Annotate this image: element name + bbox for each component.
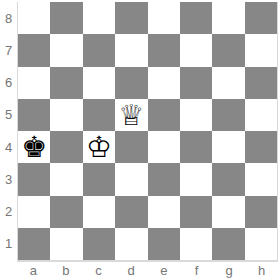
square-d5[interactable]: ♕	[115, 99, 147, 131]
file-label-g: g	[213, 260, 246, 280]
square-g7[interactable]	[212, 34, 244, 66]
square-g4[interactable]	[212, 131, 244, 163]
black-king[interactable]: ♚	[21, 131, 47, 163]
square-b8[interactable]	[50, 2, 82, 34]
square-d1[interactable]	[115, 228, 147, 260]
square-e3[interactable]	[148, 163, 180, 195]
square-f8[interactable]	[180, 2, 212, 34]
square-a3[interactable]	[18, 163, 50, 195]
square-d8[interactable]	[115, 2, 147, 34]
square-c1[interactable]	[83, 228, 115, 260]
file-label-e: e	[148, 260, 181, 280]
square-d2[interactable]	[115, 196, 147, 228]
square-g3[interactable]	[212, 163, 244, 195]
chess-board: ♕♚♔	[17, 2, 278, 262]
square-b3[interactable]	[50, 163, 82, 195]
file-label-h: h	[245, 260, 278, 280]
square-h2[interactable]	[245, 196, 277, 228]
rank-label-2: 2	[0, 196, 17, 228]
square-e7[interactable]	[148, 34, 180, 66]
square-f7[interactable]	[180, 34, 212, 66]
rank-labels: 87654321	[0, 2, 17, 260]
square-a5[interactable]	[18, 99, 50, 131]
square-c4[interactable]: ♔	[83, 131, 115, 163]
file-label-c: c	[82, 260, 115, 280]
rank-label-7: 7	[0, 34, 17, 66]
square-d3[interactable]	[115, 163, 147, 195]
square-d4[interactable]	[115, 131, 147, 163]
square-b4[interactable]	[50, 131, 82, 163]
square-a6[interactable]	[18, 67, 50, 99]
file-labels: abcdefgh	[17, 260, 278, 280]
square-g1[interactable]	[212, 228, 244, 260]
square-a4[interactable]: ♚	[18, 131, 50, 163]
square-d6[interactable]	[115, 67, 147, 99]
square-f1[interactable]	[180, 228, 212, 260]
square-c5[interactable]	[83, 99, 115, 131]
square-f2[interactable]	[180, 196, 212, 228]
square-b1[interactable]	[50, 228, 82, 260]
rank-label-3: 3	[0, 163, 17, 195]
rank-label-8: 8	[0, 2, 17, 34]
square-e2[interactable]	[148, 196, 180, 228]
chess-diagram: 87654321 ♕♚♔ abcdefgh	[0, 0, 280, 280]
square-e1[interactable]	[148, 228, 180, 260]
rank-label-5: 5	[0, 99, 17, 131]
square-f5[interactable]	[180, 99, 212, 131]
square-h1[interactable]	[245, 228, 277, 260]
square-e4[interactable]	[148, 131, 180, 163]
square-b7[interactable]	[50, 34, 82, 66]
square-g6[interactable]	[212, 67, 244, 99]
square-a2[interactable]	[18, 196, 50, 228]
square-e6[interactable]	[148, 67, 180, 99]
square-c6[interactable]	[83, 67, 115, 99]
square-h7[interactable]	[245, 34, 277, 66]
square-g5[interactable]	[212, 99, 244, 131]
square-f3[interactable]	[180, 163, 212, 195]
square-g2[interactable]	[212, 196, 244, 228]
white-king[interactable]: ♔	[86, 131, 112, 163]
rank-label-4: 4	[0, 131, 17, 163]
square-b5[interactable]	[50, 99, 82, 131]
square-h4[interactable]	[245, 131, 277, 163]
square-f6[interactable]	[180, 67, 212, 99]
file-label-a: a	[17, 260, 50, 280]
square-g8[interactable]	[212, 2, 244, 34]
square-f4[interactable]	[180, 131, 212, 163]
square-a7[interactable]	[18, 34, 50, 66]
square-c3[interactable]	[83, 163, 115, 195]
square-b2[interactable]	[50, 196, 82, 228]
file-label-b: b	[50, 260, 83, 280]
square-e5[interactable]	[148, 99, 180, 131]
rank-label-1: 1	[0, 228, 17, 260]
square-c2[interactable]	[83, 196, 115, 228]
square-a1[interactable]	[18, 228, 50, 260]
file-label-d: d	[115, 260, 148, 280]
square-c8[interactable]	[83, 2, 115, 34]
square-h8[interactable]	[245, 2, 277, 34]
square-e8[interactable]	[148, 2, 180, 34]
square-h5[interactable]	[245, 99, 277, 131]
square-d7[interactable]	[115, 34, 147, 66]
square-a8[interactable]	[18, 2, 50, 34]
white-queen[interactable]: ♕	[118, 99, 144, 131]
square-b6[interactable]	[50, 67, 82, 99]
square-c7[interactable]	[83, 34, 115, 66]
rank-label-6: 6	[0, 67, 17, 99]
square-h6[interactable]	[245, 67, 277, 99]
file-label-f: f	[180, 260, 213, 280]
square-h3[interactable]	[245, 163, 277, 195]
